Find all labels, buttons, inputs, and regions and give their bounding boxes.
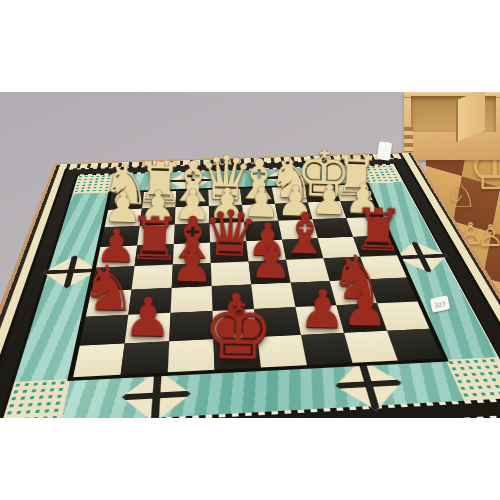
border-chevron-outer: ♞♜♝♛♝♞♚♜♟♟♟♟♟♟♟♟♟♜♝♛♟♝♜♟♟♞♞♟♟♟♟♚ bbox=[0, 158, 500, 418]
board-square[interactable]: ♟ bbox=[249, 260, 291, 284]
border-corner-mosaic bbox=[446, 357, 500, 401]
lot-tag-small bbox=[377, 141, 392, 161]
wooden-box bbox=[404, 92, 500, 160]
chess-piece-red-pawn[interactable]: ♟ bbox=[123, 292, 173, 344]
chess-piece-red-king[interactable]: ♚ bbox=[201, 293, 275, 371]
board-square[interactable] bbox=[73, 343, 125, 377]
border-corner-mosaic bbox=[1, 379, 70, 418]
board-square[interactable] bbox=[387, 328, 443, 360]
board-wood-edge: ♞♜♝♛♝♞♚♜♟♟♟♟♟♟♟♟♟♜♝♛♟♝♜♟♟♞♞♟♟♟♟♚ bbox=[0, 152, 500, 418]
chess-piece-red-pawn[interactable]: ♟ bbox=[249, 239, 293, 285]
board-grid: ♞♜♝♛♝♞♚♜♟♟♟♟♟♟♟♟♟♜♝♛♟♝♜♟♟♞♞♟♟♟♟♚ bbox=[73, 184, 442, 377]
lot-tag-text: 327 bbox=[434, 299, 447, 308]
border-teal-band: ♞♜♝♛♝♞♚♜♟♟♟♟♟♟♟♟♟♜♝♛♟♝♜♟♟♞♞♟♟♟♟♚ bbox=[1, 165, 500, 418]
box-divider bbox=[458, 92, 485, 141]
board-square[interactable] bbox=[121, 341, 170, 375]
board-square[interactable]: ♟ bbox=[336, 303, 386, 332]
decorative-chessboard: ♞♜♝♛♝♞♚♜♟♟♟♟♟♟♟♟♟♜♝♛♟♝♜♟♟♞♞♟♟♟♟♚ bbox=[0, 152, 500, 418]
photo-area: ♘♔♙♙♟ bbox=[0, 92, 500, 418]
chess-piece-red-pawn[interactable]: ♟ bbox=[298, 284, 346, 335]
border-chevron-inner: ♞♜♝♛♝♞♚♜♟♟♟♟♟♟♟♟♟♜♝♛♟♝♜♟♟♞♞♟♟♟♟♚ bbox=[0, 164, 500, 418]
board-square[interactable]: ♟ bbox=[295, 305, 344, 334]
border-motif bbox=[335, 360, 402, 411]
border-black-band: ♞♜♝♛♝♞♚♜♟♟♟♟♟♟♟♟♟♜♝♛♟♝♜♟♟♞♞♟♟♟♟♚ bbox=[0, 159, 500, 418]
board-square[interactable]: ♟ bbox=[125, 313, 171, 343]
board-square[interactable] bbox=[80, 315, 129, 345]
chess-piece-red-pawn[interactable]: ♟ bbox=[341, 282, 389, 333]
staunton-pawn[interactable]: ♙ bbox=[477, 221, 500, 251]
board-square[interactable]: ♚ bbox=[213, 337, 260, 370]
border-arrow-band: ♞♜♝♛♝♞♚♜♟♟♟♟♟♟♟♟♟♜♝♛♟♝♜♟♟♞♞♟♟♟♟♚ bbox=[0, 153, 500, 418]
chess-piece-red-pawn[interactable]: ♟ bbox=[170, 242, 214, 289]
board-inner-frame: ♞♜♝♛♝♞♚♜♟♟♟♟♟♟♟♟♟♜♝♛♟♝♜♟♟♞♞♟♟♟♟♚ bbox=[67, 182, 449, 381]
